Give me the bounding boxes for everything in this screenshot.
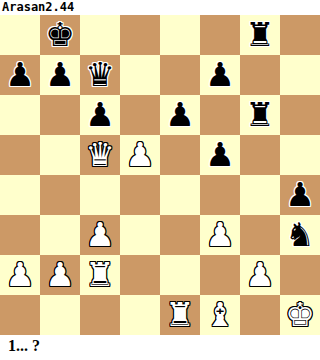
black-pawn-e6: ♟ [160, 95, 200, 135]
white-pawn-c3: ♟ [80, 215, 120, 255]
square-f1[interactable]: ♝ [200, 295, 240, 335]
square-a1[interactable] [0, 295, 40, 335]
white-pawn-f3: ♟ [200, 215, 240, 255]
square-c6[interactable]: ♟ [80, 95, 120, 135]
square-f7[interactable]: ♟ [200, 55, 240, 95]
black-queen-c7: ♛ [80, 55, 120, 95]
black-rook-g6: ♜ [240, 95, 280, 135]
square-a8[interactable] [0, 15, 40, 55]
square-g2[interactable]: ♟ [240, 255, 280, 295]
square-c1[interactable] [80, 295, 120, 335]
white-pawn-b2: ♟ [40, 255, 80, 295]
square-h1[interactable]: ♚ [280, 295, 320, 335]
square-b8[interactable]: ♚ [40, 15, 80, 55]
white-pawn-a2: ♟ [0, 255, 40, 295]
square-g7[interactable] [240, 55, 280, 95]
white-queen-c5: ♛ [80, 135, 120, 175]
black-pawn-c6: ♟ [80, 95, 120, 135]
white-bishop-f1: ♝ [200, 295, 240, 335]
square-e5[interactable] [160, 135, 200, 175]
square-f3[interactable]: ♟ [200, 215, 240, 255]
square-a6[interactable] [0, 95, 40, 135]
square-d5[interactable]: ♟ [120, 135, 160, 175]
black-pawn-h4: ♟ [280, 175, 320, 215]
square-a7[interactable]: ♟ [0, 55, 40, 95]
black-pawn-a7: ♟ [0, 55, 40, 95]
black-pawn-f7: ♟ [200, 55, 240, 95]
square-g1[interactable] [240, 295, 280, 335]
square-b5[interactable] [40, 135, 80, 175]
square-b1[interactable] [40, 295, 80, 335]
square-c5[interactable]: ♛ [80, 135, 120, 175]
square-e4[interactable] [160, 175, 200, 215]
square-a5[interactable] [0, 135, 40, 175]
square-e2[interactable] [160, 255, 200, 295]
square-f6[interactable] [200, 95, 240, 135]
square-d7[interactable] [120, 55, 160, 95]
black-pawn-b7: ♟ [40, 55, 80, 95]
square-e1[interactable]: ♜ [160, 295, 200, 335]
square-c7[interactable]: ♛ [80, 55, 120, 95]
square-b6[interactable] [40, 95, 80, 135]
square-c4[interactable] [80, 175, 120, 215]
white-pawn-g2: ♟ [240, 255, 280, 295]
square-e7[interactable] [160, 55, 200, 95]
square-d3[interactable] [120, 215, 160, 255]
square-e6[interactable]: ♟ [160, 95, 200, 135]
square-d1[interactable] [120, 295, 160, 335]
square-h6[interactable] [280, 95, 320, 135]
square-h8[interactable] [280, 15, 320, 55]
square-e8[interactable] [160, 15, 200, 55]
square-b3[interactable] [40, 215, 80, 255]
square-d8[interactable] [120, 15, 160, 55]
square-h7[interactable] [280, 55, 320, 95]
square-h4[interactable]: ♟ [280, 175, 320, 215]
move-prompt: 1... ? [0, 335, 320, 360]
square-c8[interactable] [80, 15, 120, 55]
square-d6[interactable] [120, 95, 160, 135]
square-e3[interactable] [160, 215, 200, 255]
square-h3[interactable]: ♞ [280, 215, 320, 255]
black-king-b8: ♚ [40, 15, 80, 55]
black-knight-h3: ♞ [280, 215, 320, 255]
square-g3[interactable] [240, 215, 280, 255]
square-a3[interactable] [0, 215, 40, 255]
window-title: Arasan2.44 [0, 0, 320, 15]
square-a4[interactable] [0, 175, 40, 215]
white-pawn-d5: ♟ [120, 135, 160, 175]
square-a2[interactable]: ♟ [0, 255, 40, 295]
square-c2[interactable]: ♜ [80, 255, 120, 295]
square-d4[interactable] [120, 175, 160, 215]
square-g6[interactable]: ♜ [240, 95, 280, 135]
white-rook-e1: ♜ [160, 295, 200, 335]
square-f2[interactable] [200, 255, 240, 295]
square-c3[interactable]: ♟ [80, 215, 120, 255]
square-f5[interactable]: ♟ [200, 135, 240, 175]
square-g5[interactable] [240, 135, 280, 175]
square-b2[interactable]: ♟ [40, 255, 80, 295]
white-rook-c2: ♜ [80, 255, 120, 295]
black-pawn-f5: ♟ [200, 135, 240, 175]
square-d2[interactable] [120, 255, 160, 295]
square-g4[interactable] [240, 175, 280, 215]
square-h5[interactable] [280, 135, 320, 175]
square-g8[interactable]: ♜ [240, 15, 280, 55]
black-rook-g8: ♜ [240, 15, 280, 55]
square-h2[interactable] [280, 255, 320, 295]
square-f8[interactable] [200, 15, 240, 55]
square-f4[interactable] [200, 175, 240, 215]
square-b4[interactable] [40, 175, 80, 215]
white-king-h1: ♚ [280, 295, 320, 335]
square-b7[interactable]: ♟ [40, 55, 80, 95]
chess-board: ♚♜♟♟♛♟♟♟♜♛♟♟♟♟♟♞♟♟♜♟♜♝♚ [0, 15, 320, 335]
